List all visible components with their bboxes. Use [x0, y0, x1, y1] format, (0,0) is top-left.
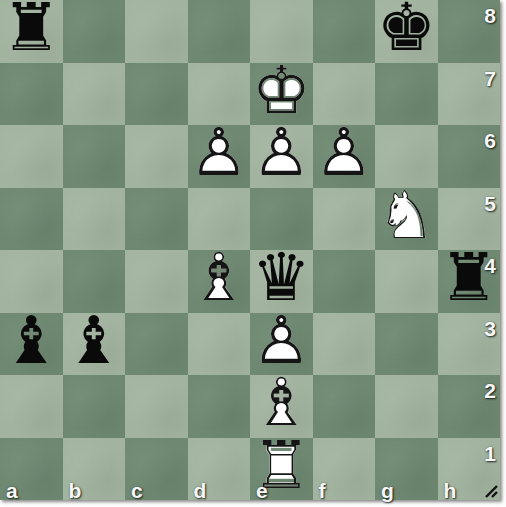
black-king[interactable]: ♚	[375, 0, 438, 63]
square-a1[interactable]	[0, 438, 63, 501]
white-rook-outline: ♖	[252, 433, 311, 499]
square-d2[interactable]	[188, 375, 251, 438]
black-rook-glyph: ♜	[439, 246, 498, 312]
square-a7[interactable]	[0, 63, 63, 126]
square-h4[interactable]: ♜	[438, 250, 501, 313]
square-a6[interactable]	[0, 125, 63, 188]
black-rook-glyph: ♜	[2, 0, 61, 62]
square-g7[interactable]	[375, 63, 438, 126]
black-bishop-glyph: ♝	[2, 308, 61, 374]
resize-handle-icon[interactable]	[483, 483, 498, 498]
square-a2[interactable]	[0, 375, 63, 438]
black-king-glyph: ♚	[377, 0, 436, 62]
square-h8[interactable]	[438, 0, 501, 63]
square-c2[interactable]	[125, 375, 188, 438]
white-pawn[interactable]: ♟♙	[250, 125, 313, 188]
square-d8[interactable]	[188, 0, 251, 63]
square-a8[interactable]: ♜	[0, 0, 63, 63]
black-rook[interactable]: ♜	[0, 0, 63, 63]
square-c5[interactable]	[125, 188, 188, 251]
square-g1[interactable]	[375, 438, 438, 501]
square-e1[interactable]: ♜♖	[250, 438, 313, 501]
chess-diagram-page: ♜♚♚♔♟♙♟♙♟♙♞♘♝♗♛♜♝♝♟♙♝♗♜♖ 87654321abcdefg…	[0, 0, 506, 507]
square-f8[interactable]	[313, 0, 376, 63]
square-e6[interactable]: ♟♙	[250, 125, 313, 188]
square-b3[interactable]: ♝	[63, 313, 126, 376]
square-g5[interactable]: ♞♘	[375, 188, 438, 251]
square-g4[interactable]	[375, 250, 438, 313]
square-c8[interactable]	[125, 0, 188, 63]
square-d6[interactable]: ♟♙	[188, 125, 251, 188]
square-b1[interactable]	[63, 438, 126, 501]
square-a5[interactable]	[0, 188, 63, 251]
chess-board: ♜♚♚♔♟♙♟♙♟♙♞♘♝♗♛♜♝♝♟♙♝♗♜♖ 87654321abcdefg…	[0, 0, 500, 500]
white-pawn-outline: ♙	[314, 121, 373, 187]
square-h3[interactable]	[438, 313, 501, 376]
square-c1[interactable]	[125, 438, 188, 501]
square-f5[interactable]	[313, 188, 376, 251]
square-c3[interactable]	[125, 313, 188, 376]
square-h6[interactable]	[438, 125, 501, 188]
square-d3[interactable]	[188, 313, 251, 376]
square-b2[interactable]	[63, 375, 126, 438]
square-f1[interactable]	[313, 438, 376, 501]
square-h7[interactable]	[438, 63, 501, 126]
square-c7[interactable]	[125, 63, 188, 126]
black-bishop-glyph: ♝	[64, 308, 123, 374]
square-g2[interactable]	[375, 375, 438, 438]
white-pawn[interactable]: ♟♙	[313, 125, 376, 188]
square-f2[interactable]	[313, 375, 376, 438]
black-rook[interactable]: ♜	[438, 250, 501, 313]
white-rook[interactable]: ♜♖	[250, 438, 313, 501]
white-knight-outline: ♘	[377, 183, 436, 249]
square-f6[interactable]: ♟♙	[313, 125, 376, 188]
white-pawn-outline: ♙	[189, 121, 248, 187]
square-g8[interactable]: ♚	[375, 0, 438, 63]
white-bishop-outline: ♗	[189, 246, 248, 312]
square-b7[interactable]	[63, 63, 126, 126]
square-h2[interactable]	[438, 375, 501, 438]
square-b8[interactable]	[63, 0, 126, 63]
square-f3[interactable]	[313, 313, 376, 376]
square-b6[interactable]	[63, 125, 126, 188]
black-bishop[interactable]: ♝	[63, 313, 126, 376]
square-b5[interactable]	[63, 188, 126, 251]
black-bishop[interactable]: ♝	[0, 313, 63, 376]
square-f4[interactable]	[313, 250, 376, 313]
white-pawn-outline: ♙	[252, 121, 311, 187]
square-d1[interactable]	[188, 438, 251, 501]
square-c6[interactable]	[125, 125, 188, 188]
square-g3[interactable]	[375, 313, 438, 376]
white-knight[interactable]: ♞♘	[375, 188, 438, 251]
white-bishop[interactable]: ♝♗	[188, 250, 251, 313]
square-a3[interactable]: ♝	[0, 313, 63, 376]
square-c4[interactable]	[125, 250, 188, 313]
white-pawn[interactable]: ♟♙	[188, 125, 251, 188]
square-d4[interactable]: ♝♗	[188, 250, 251, 313]
